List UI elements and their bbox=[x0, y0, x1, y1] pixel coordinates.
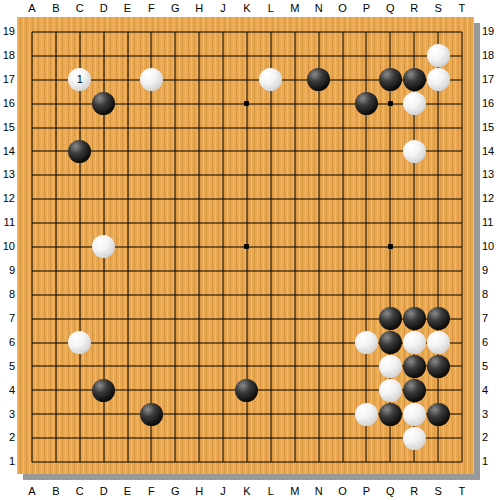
intersection-a8[interactable] bbox=[20, 283, 44, 307]
intersection-c5[interactable] bbox=[68, 354, 92, 378]
intersection-e19[interactable] bbox=[116, 20, 140, 44]
intersection-o9[interactable] bbox=[331, 259, 355, 283]
intersection-d7[interactable] bbox=[92, 307, 116, 331]
intersection-e4[interactable] bbox=[116, 378, 140, 402]
intersection-p6[interactable] bbox=[354, 331, 378, 355]
intersection-r5[interactable] bbox=[402, 354, 426, 378]
intersection-h1[interactable] bbox=[187, 450, 211, 474]
intersection-e8[interactable] bbox=[116, 283, 140, 307]
intersection-p18[interactable] bbox=[354, 44, 378, 68]
intersection-o15[interactable] bbox=[331, 116, 355, 140]
intersection-h17[interactable] bbox=[187, 68, 211, 92]
intersection-m12[interactable] bbox=[283, 187, 307, 211]
intersection-s10[interactable] bbox=[426, 235, 450, 259]
intersection-h16[interactable] bbox=[187, 92, 211, 116]
intersection-j9[interactable] bbox=[211, 259, 235, 283]
intersection-g9[interactable] bbox=[163, 259, 187, 283]
intersection-l7[interactable] bbox=[259, 307, 283, 331]
intersection-s6[interactable] bbox=[426, 331, 450, 355]
intersection-c1[interactable] bbox=[68, 450, 92, 474]
intersection-f16[interactable] bbox=[139, 92, 163, 116]
intersection-j8[interactable] bbox=[211, 283, 235, 307]
intersection-n13[interactable] bbox=[307, 163, 331, 187]
intersection-d19[interactable] bbox=[92, 20, 116, 44]
intersection-h18[interactable] bbox=[187, 44, 211, 68]
intersection-a13[interactable] bbox=[20, 163, 44, 187]
intersection-k9[interactable] bbox=[235, 259, 259, 283]
intersection-k2[interactable] bbox=[235, 426, 259, 450]
intersection-n4[interactable] bbox=[307, 378, 331, 402]
intersection-p3[interactable] bbox=[354, 402, 378, 426]
intersection-p12[interactable] bbox=[354, 187, 378, 211]
intersection-g2[interactable] bbox=[163, 426, 187, 450]
intersection-l10[interactable] bbox=[259, 235, 283, 259]
intersection-h3[interactable] bbox=[187, 402, 211, 426]
intersection-f8[interactable] bbox=[139, 283, 163, 307]
intersection-d6[interactable] bbox=[92, 331, 116, 355]
intersection-k12[interactable] bbox=[235, 187, 259, 211]
intersection-c2[interactable] bbox=[68, 426, 92, 450]
intersection-b4[interactable] bbox=[44, 378, 68, 402]
intersection-k18[interactable] bbox=[235, 44, 259, 68]
intersection-j13[interactable] bbox=[211, 163, 235, 187]
intersection-l8[interactable] bbox=[259, 283, 283, 307]
intersection-g3[interactable] bbox=[163, 402, 187, 426]
intersection-h19[interactable] bbox=[187, 20, 211, 44]
intersection-d12[interactable] bbox=[92, 187, 116, 211]
intersection-j2[interactable] bbox=[211, 426, 235, 450]
intersection-a1[interactable] bbox=[20, 450, 44, 474]
intersection-p16[interactable] bbox=[354, 92, 378, 116]
intersection-t14[interactable] bbox=[450, 139, 474, 163]
intersection-p9[interactable] bbox=[354, 259, 378, 283]
intersection-n10[interactable] bbox=[307, 235, 331, 259]
intersection-s12[interactable] bbox=[426, 187, 450, 211]
intersection-t3[interactable] bbox=[450, 402, 474, 426]
intersection-s19[interactable] bbox=[426, 20, 450, 44]
intersection-s8[interactable] bbox=[426, 283, 450, 307]
intersection-j14[interactable] bbox=[211, 139, 235, 163]
intersection-h9[interactable] bbox=[187, 259, 211, 283]
intersection-j17[interactable] bbox=[211, 68, 235, 92]
intersection-p8[interactable] bbox=[354, 283, 378, 307]
intersection-e2[interactable] bbox=[116, 426, 140, 450]
intersection-q7[interactable] bbox=[378, 307, 402, 331]
intersection-o19[interactable] bbox=[331, 20, 355, 44]
intersection-t1[interactable] bbox=[450, 450, 474, 474]
intersection-e10[interactable] bbox=[116, 235, 140, 259]
intersection-e6[interactable] bbox=[116, 331, 140, 355]
intersection-m11[interactable] bbox=[283, 211, 307, 235]
intersection-c4[interactable] bbox=[68, 378, 92, 402]
intersection-j16[interactable] bbox=[211, 92, 235, 116]
intersection-e3[interactable] bbox=[116, 402, 140, 426]
intersection-c11[interactable] bbox=[68, 211, 92, 235]
intersection-g19[interactable] bbox=[163, 20, 187, 44]
intersection-a12[interactable] bbox=[20, 187, 44, 211]
intersection-t13[interactable] bbox=[450, 163, 474, 187]
intersection-d8[interactable] bbox=[92, 283, 116, 307]
intersection-g6[interactable] bbox=[163, 331, 187, 355]
intersection-b16[interactable] bbox=[44, 92, 68, 116]
intersection-m17[interactable] bbox=[283, 68, 307, 92]
intersection-n7[interactable] bbox=[307, 307, 331, 331]
intersection-k4[interactable] bbox=[235, 378, 259, 402]
intersection-f9[interactable] bbox=[139, 259, 163, 283]
intersection-b7[interactable] bbox=[44, 307, 68, 331]
intersection-g16[interactable] bbox=[163, 92, 187, 116]
intersection-l1[interactable] bbox=[259, 450, 283, 474]
intersection-f6[interactable] bbox=[139, 331, 163, 355]
intersection-g8[interactable] bbox=[163, 283, 187, 307]
intersection-k14[interactable] bbox=[235, 139, 259, 163]
intersection-t5[interactable] bbox=[450, 354, 474, 378]
intersection-a5[interactable] bbox=[20, 354, 44, 378]
intersection-q19[interactable] bbox=[378, 20, 402, 44]
intersection-r16[interactable] bbox=[402, 92, 426, 116]
intersection-d15[interactable] bbox=[92, 116, 116, 140]
intersection-a6[interactable] bbox=[20, 331, 44, 355]
intersection-d17[interactable] bbox=[92, 68, 116, 92]
intersection-o16[interactable] bbox=[331, 92, 355, 116]
intersection-c17[interactable]: 1 bbox=[68, 68, 92, 92]
intersection-f19[interactable] bbox=[139, 20, 163, 44]
intersection-t4[interactable] bbox=[450, 378, 474, 402]
intersection-q6[interactable] bbox=[378, 331, 402, 355]
intersection-c9[interactable] bbox=[68, 259, 92, 283]
intersection-d18[interactable] bbox=[92, 44, 116, 68]
intersection-g14[interactable] bbox=[163, 139, 187, 163]
intersection-t8[interactable] bbox=[450, 283, 474, 307]
intersection-t10[interactable] bbox=[450, 235, 474, 259]
intersection-m10[interactable] bbox=[283, 235, 307, 259]
intersection-r15[interactable] bbox=[402, 116, 426, 140]
intersection-s11[interactable] bbox=[426, 211, 450, 235]
intersection-f5[interactable] bbox=[139, 354, 163, 378]
intersection-o7[interactable] bbox=[331, 307, 355, 331]
intersection-m4[interactable] bbox=[283, 378, 307, 402]
intersection-b19[interactable] bbox=[44, 20, 68, 44]
intersection-b2[interactable] bbox=[44, 426, 68, 450]
intersection-c3[interactable] bbox=[68, 402, 92, 426]
intersection-t18[interactable] bbox=[450, 44, 474, 68]
intersection-s16[interactable] bbox=[426, 92, 450, 116]
intersection-l19[interactable] bbox=[259, 20, 283, 44]
intersection-p15[interactable] bbox=[354, 116, 378, 140]
intersection-h7[interactable] bbox=[187, 307, 211, 331]
intersection-l14[interactable] bbox=[259, 139, 283, 163]
intersection-c6[interactable] bbox=[68, 331, 92, 355]
intersection-s5[interactable] bbox=[426, 354, 450, 378]
intersection-b10[interactable] bbox=[44, 235, 68, 259]
intersection-b3[interactable] bbox=[44, 402, 68, 426]
intersection-m15[interactable] bbox=[283, 116, 307, 140]
intersection-e18[interactable] bbox=[116, 44, 140, 68]
intersection-c19[interactable] bbox=[68, 20, 92, 44]
intersection-t16[interactable] bbox=[450, 92, 474, 116]
intersection-g1[interactable] bbox=[163, 450, 187, 474]
intersection-b5[interactable] bbox=[44, 354, 68, 378]
intersection-n12[interactable] bbox=[307, 187, 331, 211]
intersection-j5[interactable] bbox=[211, 354, 235, 378]
intersection-p14[interactable] bbox=[354, 139, 378, 163]
intersection-a4[interactable] bbox=[20, 378, 44, 402]
intersection-q10[interactable] bbox=[378, 235, 402, 259]
intersection-r3[interactable] bbox=[402, 402, 426, 426]
intersection-n3[interactable] bbox=[307, 402, 331, 426]
intersection-q2[interactable] bbox=[378, 426, 402, 450]
intersection-t2[interactable] bbox=[450, 426, 474, 450]
intersection-c16[interactable] bbox=[68, 92, 92, 116]
intersection-s9[interactable] bbox=[426, 259, 450, 283]
intersection-s7[interactable] bbox=[426, 307, 450, 331]
intersection-p5[interactable] bbox=[354, 354, 378, 378]
intersection-m2[interactable] bbox=[283, 426, 307, 450]
intersection-r14[interactable] bbox=[402, 139, 426, 163]
intersection-b18[interactable] bbox=[44, 44, 68, 68]
intersection-n15[interactable] bbox=[307, 116, 331, 140]
intersection-r8[interactable] bbox=[402, 283, 426, 307]
intersection-k8[interactable] bbox=[235, 283, 259, 307]
intersection-k13[interactable] bbox=[235, 163, 259, 187]
intersection-p13[interactable] bbox=[354, 163, 378, 187]
intersection-a2[interactable] bbox=[20, 426, 44, 450]
intersection-o14[interactable] bbox=[331, 139, 355, 163]
intersection-l15[interactable] bbox=[259, 116, 283, 140]
intersection-q8[interactable] bbox=[378, 283, 402, 307]
intersection-g5[interactable] bbox=[163, 354, 187, 378]
intersection-c12[interactable] bbox=[68, 187, 92, 211]
intersection-q14[interactable] bbox=[378, 139, 402, 163]
intersection-t11[interactable] bbox=[450, 211, 474, 235]
intersection-k7[interactable] bbox=[235, 307, 259, 331]
intersection-p17[interactable] bbox=[354, 68, 378, 92]
intersection-e14[interactable] bbox=[116, 139, 140, 163]
intersection-d1[interactable] bbox=[92, 450, 116, 474]
intersection-t7[interactable] bbox=[450, 307, 474, 331]
intersection-e7[interactable] bbox=[116, 307, 140, 331]
intersection-t12[interactable] bbox=[450, 187, 474, 211]
intersection-h8[interactable] bbox=[187, 283, 211, 307]
intersection-g18[interactable] bbox=[163, 44, 187, 68]
intersection-h10[interactable] bbox=[187, 235, 211, 259]
intersection-k16[interactable] bbox=[235, 92, 259, 116]
intersection-n11[interactable] bbox=[307, 211, 331, 235]
intersection-f4[interactable] bbox=[139, 378, 163, 402]
intersection-f13[interactable] bbox=[139, 163, 163, 187]
intersection-o1[interactable] bbox=[331, 450, 355, 474]
intersection-p2[interactable] bbox=[354, 426, 378, 450]
intersection-b13[interactable] bbox=[44, 163, 68, 187]
intersection-k15[interactable] bbox=[235, 116, 259, 140]
intersection-d11[interactable] bbox=[92, 211, 116, 235]
intersection-e12[interactable] bbox=[116, 187, 140, 211]
intersection-j7[interactable] bbox=[211, 307, 235, 331]
intersection-h4[interactable] bbox=[187, 378, 211, 402]
intersection-d4[interactable] bbox=[92, 378, 116, 402]
intersection-a15[interactable] bbox=[20, 116, 44, 140]
intersection-q13[interactable] bbox=[378, 163, 402, 187]
intersection-m6[interactable] bbox=[283, 331, 307, 355]
intersection-j12[interactable] bbox=[211, 187, 235, 211]
intersection-l12[interactable] bbox=[259, 187, 283, 211]
intersection-h15[interactable] bbox=[187, 116, 211, 140]
intersection-l6[interactable] bbox=[259, 331, 283, 355]
intersection-a14[interactable] bbox=[20, 139, 44, 163]
intersection-r11[interactable] bbox=[402, 211, 426, 235]
intersection-b1[interactable] bbox=[44, 450, 68, 474]
intersection-d9[interactable] bbox=[92, 259, 116, 283]
intersection-s17[interactable] bbox=[426, 68, 450, 92]
intersection-p10[interactable] bbox=[354, 235, 378, 259]
intersection-s2[interactable] bbox=[426, 426, 450, 450]
intersection-q18[interactable] bbox=[378, 44, 402, 68]
intersection-o4[interactable] bbox=[331, 378, 355, 402]
intersection-m18[interactable] bbox=[283, 44, 307, 68]
intersection-a19[interactable] bbox=[20, 20, 44, 44]
intersection-k3[interactable] bbox=[235, 402, 259, 426]
intersection-e17[interactable] bbox=[116, 68, 140, 92]
intersection-s15[interactable] bbox=[426, 116, 450, 140]
intersection-p19[interactable] bbox=[354, 20, 378, 44]
intersection-l18[interactable] bbox=[259, 44, 283, 68]
intersection-p11[interactable] bbox=[354, 211, 378, 235]
intersection-n17[interactable] bbox=[307, 68, 331, 92]
intersection-a9[interactable] bbox=[20, 259, 44, 283]
intersection-j19[interactable] bbox=[211, 20, 235, 44]
intersection-c18[interactable] bbox=[68, 44, 92, 68]
intersection-c10[interactable] bbox=[68, 235, 92, 259]
intersection-a11[interactable] bbox=[20, 211, 44, 235]
intersection-g7[interactable] bbox=[163, 307, 187, 331]
intersection-f10[interactable] bbox=[139, 235, 163, 259]
intersection-j4[interactable] bbox=[211, 378, 235, 402]
intersection-r6[interactable] bbox=[402, 331, 426, 355]
intersection-m9[interactable] bbox=[283, 259, 307, 283]
intersection-g10[interactable] bbox=[163, 235, 187, 259]
intersection-r12[interactable] bbox=[402, 187, 426, 211]
intersection-m3[interactable] bbox=[283, 402, 307, 426]
intersection-c7[interactable] bbox=[68, 307, 92, 331]
intersection-g12[interactable] bbox=[163, 187, 187, 211]
intersection-d5[interactable] bbox=[92, 354, 116, 378]
intersection-n16[interactable] bbox=[307, 92, 331, 116]
intersection-f15[interactable] bbox=[139, 116, 163, 140]
intersection-t19[interactable] bbox=[450, 20, 474, 44]
intersection-s3[interactable] bbox=[426, 402, 450, 426]
intersection-o12[interactable] bbox=[331, 187, 355, 211]
intersection-n6[interactable] bbox=[307, 331, 331, 355]
intersection-k17[interactable] bbox=[235, 68, 259, 92]
intersection-l4[interactable] bbox=[259, 378, 283, 402]
intersection-t17[interactable] bbox=[450, 68, 474, 92]
intersection-e15[interactable] bbox=[116, 116, 140, 140]
intersection-m7[interactable] bbox=[283, 307, 307, 331]
intersection-a17[interactable] bbox=[20, 68, 44, 92]
intersection-d2[interactable] bbox=[92, 426, 116, 450]
intersection-b12[interactable] bbox=[44, 187, 68, 211]
intersection-k19[interactable] bbox=[235, 20, 259, 44]
intersection-e9[interactable] bbox=[116, 259, 140, 283]
intersection-s4[interactable] bbox=[426, 378, 450, 402]
intersection-h2[interactable] bbox=[187, 426, 211, 450]
intersection-f7[interactable] bbox=[139, 307, 163, 331]
intersection-e5[interactable] bbox=[116, 354, 140, 378]
intersection-j15[interactable] bbox=[211, 116, 235, 140]
intersection-f11[interactable] bbox=[139, 211, 163, 235]
intersection-d13[interactable] bbox=[92, 163, 116, 187]
intersection-g4[interactable] bbox=[163, 378, 187, 402]
intersection-j10[interactable] bbox=[211, 235, 235, 259]
intersection-n9[interactable] bbox=[307, 259, 331, 283]
intersection-m19[interactable] bbox=[283, 20, 307, 44]
intersection-o11[interactable] bbox=[331, 211, 355, 235]
intersection-r9[interactable] bbox=[402, 259, 426, 283]
intersection-a18[interactable] bbox=[20, 44, 44, 68]
intersection-a3[interactable] bbox=[20, 402, 44, 426]
intersection-q9[interactable] bbox=[378, 259, 402, 283]
intersection-f2[interactable] bbox=[139, 426, 163, 450]
intersection-e13[interactable] bbox=[116, 163, 140, 187]
intersection-b9[interactable] bbox=[44, 259, 68, 283]
intersection-o17[interactable] bbox=[331, 68, 355, 92]
intersection-q17[interactable] bbox=[378, 68, 402, 92]
intersection-l2[interactable] bbox=[259, 426, 283, 450]
intersection-j3[interactable] bbox=[211, 402, 235, 426]
intersection-p1[interactable] bbox=[354, 450, 378, 474]
intersection-e16[interactable] bbox=[116, 92, 140, 116]
intersection-n2[interactable] bbox=[307, 426, 331, 450]
intersection-m8[interactable] bbox=[283, 283, 307, 307]
intersection-n1[interactable] bbox=[307, 450, 331, 474]
intersection-d3[interactable] bbox=[92, 402, 116, 426]
intersection-r10[interactable] bbox=[402, 235, 426, 259]
intersection-l3[interactable] bbox=[259, 402, 283, 426]
intersection-q16[interactable] bbox=[378, 92, 402, 116]
intersection-l11[interactable] bbox=[259, 211, 283, 235]
intersection-b8[interactable] bbox=[44, 283, 68, 307]
intersection-h14[interactable] bbox=[187, 139, 211, 163]
intersection-a16[interactable] bbox=[20, 92, 44, 116]
intersection-g17[interactable] bbox=[163, 68, 187, 92]
intersection-q12[interactable] bbox=[378, 187, 402, 211]
intersection-n5[interactable] bbox=[307, 354, 331, 378]
intersection-f12[interactable] bbox=[139, 187, 163, 211]
intersection-o2[interactable] bbox=[331, 426, 355, 450]
intersection-g11[interactable] bbox=[163, 211, 187, 235]
intersection-d16[interactable] bbox=[92, 92, 116, 116]
intersection-d10[interactable] bbox=[92, 235, 116, 259]
intersection-o6[interactable] bbox=[331, 331, 355, 355]
intersection-q1[interactable] bbox=[378, 450, 402, 474]
intersection-j18[interactable] bbox=[211, 44, 235, 68]
intersection-h6[interactable] bbox=[187, 331, 211, 355]
intersection-k6[interactable] bbox=[235, 331, 259, 355]
intersection-f18[interactable] bbox=[139, 44, 163, 68]
intersection-n18[interactable] bbox=[307, 44, 331, 68]
intersection-e11[interactable] bbox=[116, 211, 140, 235]
intersection-c13[interactable] bbox=[68, 163, 92, 187]
intersection-p4[interactable] bbox=[354, 378, 378, 402]
intersection-o3[interactable] bbox=[331, 402, 355, 426]
intersection-r1[interactable] bbox=[402, 450, 426, 474]
intersection-l16[interactable] bbox=[259, 92, 283, 116]
intersection-o5[interactable] bbox=[331, 354, 355, 378]
intersection-f14[interactable] bbox=[139, 139, 163, 163]
intersection-s13[interactable] bbox=[426, 163, 450, 187]
intersection-m1[interactable] bbox=[283, 450, 307, 474]
intersection-e1[interactable] bbox=[116, 450, 140, 474]
